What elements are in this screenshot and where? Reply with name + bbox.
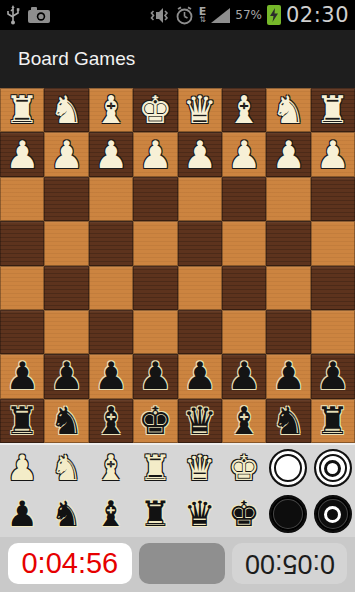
white-disc-ring-icon (314, 449, 352, 487)
square-e6[interactable] (133, 310, 177, 354)
square-a3[interactable] (311, 177, 355, 221)
piece-palette: ♟♞♝♜♛♚♟♞♝♜♛♚ (0, 443, 355, 537)
piece-white-pawn: ♟ (138, 133, 172, 177)
black-pawn-glyph: ♟ (6, 491, 37, 537)
square-d6[interactable] (178, 310, 222, 354)
piece-black-pawn: ♟ (138, 354, 172, 398)
piece-white-bishop: ♝ (227, 88, 261, 132)
piece-white-pawn: ♟ (94, 133, 128, 177)
square-e2[interactable]: ♟ (133, 132, 177, 176)
piece-black-queen: ♛ (183, 399, 217, 443)
palette-white-knight[interactable]: ♞ (44, 445, 88, 491)
square-c7[interactable]: ♟ (222, 354, 266, 398)
battery-charging-icon (267, 5, 281, 25)
square-g5[interactable] (44, 266, 88, 310)
square-c3[interactable] (222, 177, 266, 221)
square-b6[interactable] (266, 310, 310, 354)
piece-black-pawn: ♟ (316, 354, 350, 398)
square-c2[interactable]: ♟ (222, 132, 266, 176)
piece-black-knight: ♞ (271, 399, 305, 443)
palette-black-knight[interactable]: ♞ (44, 491, 88, 537)
vibrate-mute-icon (148, 7, 170, 24)
clock-time-top: 0:05:00 (245, 548, 335, 579)
square-b5[interactable] (266, 266, 310, 310)
square-f8[interactable]: ♝ (89, 399, 133, 443)
square-e3[interactable] (133, 177, 177, 221)
palette-black-pawn[interactable]: ♟ (0, 491, 44, 537)
square-h7[interactable]: ♟ (0, 354, 44, 398)
piece-black-pawn: ♟ (227, 354, 261, 398)
square-b4[interactable] (266, 221, 310, 265)
piece-black-pawn: ♟ (5, 354, 39, 398)
status-time: 02:30 (286, 3, 349, 27)
clock-time-bottom: 0:04:56 (21, 547, 118, 580)
square-g1[interactable]: ♞ (44, 88, 88, 132)
square-h2[interactable]: ♟ (0, 132, 44, 176)
square-f7[interactable]: ♟ (89, 354, 133, 398)
palette-white-king[interactable]: ♚ (222, 445, 266, 491)
usb-icon (6, 5, 20, 25)
square-h1[interactable]: ♜ (0, 88, 44, 132)
black-bishop-glyph: ♝ (95, 491, 126, 537)
piece-black-pawn: ♟ (50, 354, 84, 398)
page-title: Board Games (18, 48, 135, 70)
square-d8[interactable]: ♛ (178, 399, 222, 443)
palette-white-queen[interactable]: ♛ (178, 445, 222, 491)
black-king-glyph: ♚ (228, 491, 259, 537)
palette-white-pawn[interactable]: ♟ (0, 445, 44, 491)
clock-bar: 0:04:56 0:05:00 (0, 537, 355, 584)
square-b7[interactable]: ♟ (266, 354, 310, 398)
battery-percent: 57% (235, 8, 262, 22)
square-g3[interactable] (44, 177, 88, 221)
square-c5[interactable] (222, 266, 266, 310)
palette-row-black: ♟♞♝♜♛♚ (0, 491, 355, 537)
piece-white-pawn: ♟ (316, 133, 350, 177)
square-f4[interactable] (89, 221, 133, 265)
chess-board: ♜♞♝♚♛♝♞♜♟♟♟♟♟♟♟♟♟♟♟♟♟♟♟♟♜♞♝♚♛♝♞♜ (0, 88, 355, 443)
palette-black-bishop[interactable]: ♝ (89, 491, 133, 537)
black-knight-glyph: ♞ (51, 491, 82, 537)
square-b2[interactable]: ♟ (266, 132, 310, 176)
piece-white-pawn: ♟ (5, 133, 39, 177)
piece-black-knight: ♞ (50, 399, 84, 443)
status-bar: E ⇅ 57% 02:30 (0, 0, 355, 30)
white-knight-glyph: ♞ (51, 445, 82, 491)
camera-icon (28, 7, 50, 23)
square-c8[interactable]: ♝ (222, 399, 266, 443)
palette-black-disc-ring[interactable] (311, 491, 355, 537)
square-f2[interactable]: ♟ (89, 132, 133, 176)
player-clock-top[interactable]: 0:05:00 (232, 543, 347, 584)
square-e7[interactable]: ♟ (133, 354, 177, 398)
square-e4[interactable] (133, 221, 177, 265)
palette-white-rook[interactable]: ♜ (133, 445, 177, 491)
white-bishop-glyph: ♝ (95, 445, 126, 491)
palette-white-bishop[interactable]: ♝ (89, 445, 133, 491)
square-c4[interactable] (222, 221, 266, 265)
palette-black-queen[interactable]: ♛ (178, 491, 222, 537)
piece-white-knight: ♞ (271, 88, 305, 132)
square-g4[interactable] (44, 221, 88, 265)
piece-black-pawn: ♟ (271, 354, 305, 398)
square-h3[interactable] (0, 177, 44, 221)
piece-white-knight: ♞ (50, 88, 84, 132)
square-d3[interactable] (178, 177, 222, 221)
square-c1[interactable]: ♝ (222, 88, 266, 132)
square-f1[interactable]: ♝ (89, 88, 133, 132)
black-rook-glyph: ♜ (140, 491, 171, 537)
square-d4[interactable] (178, 221, 222, 265)
square-g6[interactable] (44, 310, 88, 354)
disc-inner-ring (324, 460, 341, 477)
piece-white-queen: ♛ (183, 88, 217, 132)
square-c6[interactable] (222, 310, 266, 354)
palette-white-disc[interactable] (266, 445, 310, 491)
piece-white-rook: ♜ (5, 88, 39, 132)
square-f3[interactable] (89, 177, 133, 221)
palette-row-white: ♟♞♝♜♛♚ (0, 445, 355, 491)
square-a4[interactable] (311, 221, 355, 265)
square-g2[interactable]: ♟ (44, 132, 88, 176)
square-a5[interactable] (311, 266, 355, 310)
disc-inner-ring (324, 506, 341, 523)
piece-black-bishop: ♝ (227, 399, 261, 443)
title-bar: Board Games (0, 30, 355, 88)
square-e1[interactable]: ♚ (133, 88, 177, 132)
square-d2[interactable]: ♟ (178, 132, 222, 176)
white-rook-glyph: ♜ (140, 445, 171, 491)
palette-black-king[interactable]: ♚ (222, 491, 266, 537)
square-a2[interactable]: ♟ (311, 132, 355, 176)
palette-white-disc-ring[interactable] (311, 445, 355, 491)
piece-white-pawn: ♟ (50, 133, 84, 177)
clock-middle-button[interactable] (139, 543, 225, 584)
square-f6[interactable] (89, 310, 133, 354)
square-e8[interactable]: ♚ (133, 399, 177, 443)
piece-white-pawn: ♟ (271, 133, 305, 177)
signal-icon (211, 8, 230, 23)
player-clock-bottom[interactable]: 0:04:56 (8, 543, 132, 584)
white-king-glyph: ♚ (228, 445, 259, 491)
piece-black-pawn: ♟ (183, 354, 217, 398)
square-d1[interactable]: ♛ (178, 88, 222, 132)
piece-black-rook: ♜ (5, 399, 39, 443)
piece-white-bishop: ♝ (94, 88, 128, 132)
black-disc-icon (269, 495, 307, 533)
square-f5[interactable] (89, 266, 133, 310)
square-d7[interactable]: ♟ (178, 354, 222, 398)
square-a8[interactable]: ♜ (311, 399, 355, 443)
square-a1[interactable]: ♜ (311, 88, 355, 132)
edge-data-icon: E ⇅ (199, 6, 207, 24)
square-d5[interactable] (178, 266, 222, 310)
palette-black-rook[interactable]: ♜ (133, 491, 177, 537)
square-g7[interactable]: ♟ (44, 354, 88, 398)
palette-black-disc[interactable] (266, 491, 310, 537)
square-h4[interactable] (0, 221, 44, 265)
square-b8[interactable]: ♞ (266, 399, 310, 443)
white-pawn-glyph: ♟ (6, 445, 37, 491)
square-h5[interactable] (0, 266, 44, 310)
piece-white-rook: ♜ (316, 88, 350, 132)
square-e5[interactable] (133, 266, 177, 310)
white-queen-glyph: ♛ (184, 445, 215, 491)
square-a7[interactable]: ♟ (311, 354, 355, 398)
square-g8[interactable]: ♞ (44, 399, 88, 443)
square-b1[interactable]: ♞ (266, 88, 310, 132)
piece-black-pawn: ♟ (94, 354, 128, 398)
piece-white-pawn: ♟ (183, 133, 217, 177)
piece-white-king: ♚ (138, 88, 172, 132)
white-disc-icon (269, 449, 307, 487)
square-h6[interactable] (0, 310, 44, 354)
piece-black-king: ♚ (138, 399, 172, 443)
black-queen-glyph: ♛ (184, 491, 215, 537)
piece-black-rook: ♜ (316, 399, 350, 443)
square-b3[interactable] (266, 177, 310, 221)
piece-black-bishop: ♝ (94, 399, 128, 443)
alarm-icon (175, 6, 194, 25)
square-h8[interactable]: ♜ (0, 399, 44, 443)
square-a6[interactable] (311, 310, 355, 354)
black-disc-ring-icon (314, 495, 352, 533)
piece-white-pawn: ♟ (227, 133, 261, 177)
